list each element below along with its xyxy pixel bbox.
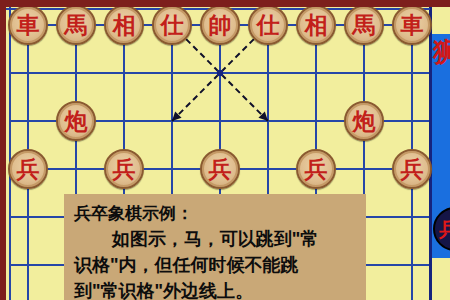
piece-label: 車 (401, 13, 424, 36)
xiangqi-tutorial-screen: 車馬相仕帥仕相馬車炮炮兵兵兵兵兵 狮 兵 兵卒象棋示例： 如图示，马，可以跳到"… (0, 0, 450, 300)
piece-red-cannon[interactable]: 炮 (56, 101, 96, 141)
piece-label: 車 (17, 13, 40, 36)
piece-red-advisor[interactable]: 仕 (152, 5, 192, 45)
piece-red-cannon[interactable]: 炮 (344, 101, 384, 141)
piece-red-soldier[interactable]: 兵 (392, 149, 432, 189)
piece-red-advisor[interactable]: 仕 (248, 5, 288, 45)
piece-label: 相 (113, 13, 136, 36)
piece-red-soldier[interactable]: 兵 (296, 149, 336, 189)
piece-red-horse[interactable]: 馬 (344, 5, 384, 45)
piece-red-chariot[interactable]: 車 (392, 5, 432, 45)
piece-red-horse[interactable]: 馬 (56, 5, 96, 45)
tray-piece-label: 兵 (435, 216, 450, 243)
piece-red-general[interactable]: 帥 (200, 5, 240, 45)
piece-label: 馬 (353, 13, 376, 36)
piece-red-soldier[interactable]: 兵 (104, 149, 144, 189)
piece-label: 兵 (209, 157, 232, 180)
piece-label: 兵 (305, 157, 328, 180)
piece-label: 仕 (257, 13, 280, 36)
piece-label: 兵 (17, 157, 40, 180)
piece-red-elephant[interactable]: 相 (296, 5, 336, 45)
tutorial-note-box: 兵卒象棋示例： 如图示，马，可以跳到"常 识格"内，但任何时候不能跳 到"常识格… (64, 194, 366, 300)
window-frame-left (0, 0, 6, 300)
piece-red-chariot[interactable]: 車 (8, 5, 48, 45)
piece-label: 炮 (65, 109, 88, 132)
piece-red-elephant[interactable]: 相 (104, 5, 144, 45)
window-frame-top (0, 0, 450, 7)
side-panel-tray-piece[interactable]: 兵 (433, 207, 450, 251)
side-panel-label-glyph: 狮 (433, 36, 450, 68)
piece-label: 帥 (209, 13, 232, 36)
piece-red-soldier[interactable]: 兵 (8, 149, 48, 189)
piece-red-soldier[interactable]: 兵 (200, 149, 240, 189)
note-line: 如图示，马，可以跳到"常 (74, 226, 358, 252)
piece-label: 兵 (113, 157, 136, 180)
piece-label: 兵 (401, 157, 424, 180)
piece-label: 炮 (353, 109, 376, 132)
board-margin-bottom-right (430, 258, 450, 300)
note-line: 到"常识格"外边线上。 (74, 278, 358, 300)
piece-label: 仕 (161, 13, 184, 36)
board-right-border (429, 7, 432, 300)
piece-label: 馬 (65, 13, 88, 36)
board-margin-top-right (430, 7, 450, 34)
note-line: 识格"内，但任何时候不能跳 (74, 252, 358, 278)
piece-label: 相 (305, 13, 328, 36)
note-title: 兵卒象棋示例： (74, 201, 358, 226)
